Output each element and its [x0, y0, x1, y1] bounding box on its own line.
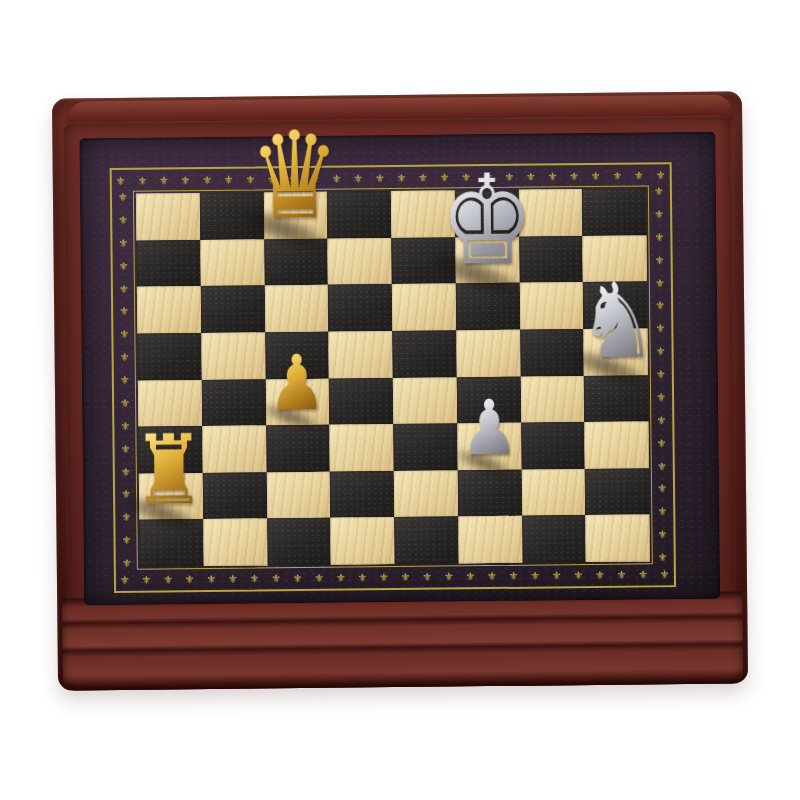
- fleur-motif-icon: ⚜: [332, 173, 342, 184]
- fleur-motif-icon: ⚜: [118, 192, 128, 203]
- fleur-motif-icon: ⚜: [569, 171, 579, 182]
- fleur-motif-icon: ⚜: [548, 171, 558, 182]
- fleur-motif-icon: ⚜: [120, 375, 130, 386]
- square-f1: [458, 516, 522, 563]
- square-h6: [583, 282, 647, 329]
- fleur-motif-icon: ⚜: [118, 215, 128, 226]
- fleur-motif-icon: ⚜: [465, 571, 475, 582]
- square-h1: [586, 515, 650, 562]
- square-g4: [520, 376, 584, 423]
- fleur-motif-icon: ⚜: [654, 209, 664, 220]
- fleur-motif-icon: ⚜: [120, 352, 130, 363]
- square-c3: [266, 425, 330, 472]
- fleur-motif-icon: ⚜: [116, 175, 126, 186]
- fleur-motif-icon: ⚜: [658, 552, 668, 563]
- square-c5: [265, 332, 329, 379]
- fleur-motif-icon: ⚜: [656, 392, 666, 403]
- fleur-motif-icon: ⚜: [657, 461, 667, 472]
- fleur-motif-icon: ⚜: [440, 172, 450, 183]
- square-g8: [518, 189, 582, 236]
- fleur-motif-icon: ⚜: [656, 415, 666, 426]
- fleur-motif-icon: ⚜: [121, 466, 131, 477]
- fleur-motif-icon: ⚜: [375, 173, 385, 184]
- product-photo: ⚜⚜⚜⚜⚜⚜⚜⚜⚜⚜⚜⚜⚜⚜⚜⚜⚜⚜⚜⚜⚜⚜⚜⚜⚜⚜ ⚜⚜⚜⚜⚜⚜⚜⚜⚜⚜⚜⚜⚜…: [0, 0, 800, 800]
- square-f2: [458, 469, 522, 516]
- fleur-motif-icon: ⚜: [336, 572, 346, 583]
- fleur-motif-icon: ⚜: [658, 529, 668, 540]
- fleur-motif-icon: ⚜: [657, 506, 667, 517]
- square-g1: [522, 515, 586, 562]
- fleur-motif-icon: ⚜: [121, 443, 131, 454]
- motif-band-left: ⚜⚜⚜⚜⚜⚜⚜⚜⚜⚜⚜⚜⚜⚜⚜⚜⚜: [115, 192, 135, 569]
- fleur-motif-icon: ⚜: [206, 573, 216, 584]
- square-a7: [136, 240, 200, 287]
- fleur-motif-icon: ⚜: [634, 170, 644, 181]
- frame-front-ridges: [62, 591, 743, 690]
- square-d8: [327, 191, 391, 238]
- square-g6: [519, 282, 583, 329]
- square-b7: [200, 239, 264, 286]
- square-b3: [202, 426, 266, 473]
- fleur-motif-icon: ⚜: [657, 438, 667, 449]
- fleur-motif-icon: ⚜: [656, 369, 666, 380]
- square-h4: [584, 375, 648, 422]
- square-b8: [200, 192, 264, 239]
- square-h2: [585, 468, 649, 515]
- fleur-motif-icon: ⚜: [228, 573, 238, 584]
- fleur-motif-icon: ⚜: [656, 170, 666, 181]
- square-c7: [264, 238, 328, 285]
- fleur-motif-icon: ⚜: [267, 174, 277, 185]
- fleur-motif-icon: ⚜: [271, 573, 281, 584]
- square-b1: [203, 519, 267, 566]
- fleur-motif-icon: ⚜: [120, 574, 130, 585]
- fleur-motif-icon: ⚜: [396, 172, 406, 183]
- square-h5: [584, 328, 648, 375]
- fleur-motif-icon: ⚜: [121, 512, 131, 523]
- fleur-motif-icon: ⚜: [504, 171, 514, 182]
- square-g3: [521, 422, 585, 469]
- fleur-motif-icon: ⚜: [509, 570, 519, 581]
- fleur-motif-icon: ⚜: [119, 283, 129, 294]
- fleur-motif-icon: ⚜: [120, 421, 130, 432]
- fleur-motif-icon: ⚜: [654, 232, 664, 243]
- fleur-motif-icon: ⚜: [288, 174, 298, 185]
- square-f5: [456, 330, 520, 377]
- square-e1: [394, 517, 458, 564]
- fleur-motif-icon: ⚜: [119, 260, 129, 271]
- fleur-motif-icon: ⚜: [141, 574, 151, 585]
- square-b5: [201, 332, 265, 379]
- fleur-motif-icon: ⚜: [310, 173, 320, 184]
- fleur-motif-icon: ⚜: [181, 175, 191, 186]
- fleur-motif-icon: ⚜: [122, 535, 132, 546]
- fleur-motif-icon: ⚜: [422, 571, 432, 582]
- square-e6: [392, 284, 456, 331]
- square-d6: [328, 284, 392, 331]
- fleur-motif-icon: ⚜: [530, 570, 540, 581]
- fleur-motif-icon: ⚜: [461, 172, 471, 183]
- square-f7: [455, 236, 519, 283]
- checkerboard-grid: [136, 188, 650, 566]
- square-a1: [139, 519, 203, 566]
- fleur-motif-icon: ⚜: [379, 572, 389, 583]
- fleur-motif-icon: ⚜: [591, 170, 601, 181]
- square-e3: [393, 424, 457, 471]
- square-f3: [457, 423, 521, 470]
- square-a5: [137, 333, 201, 380]
- square-e7: [391, 237, 455, 284]
- fleur-motif-icon: ⚜: [595, 569, 605, 580]
- decorative-gold-border: ⚜⚜⚜⚜⚜⚜⚜⚜⚜⚜⚜⚜⚜⚜⚜⚜⚜⚜⚜⚜⚜⚜⚜⚜⚜⚜ ⚜⚜⚜⚜⚜⚜⚜⚜⚜⚜⚜⚜⚜…: [110, 162, 676, 593]
- square-g2: [521, 469, 585, 516]
- square-a8: [136, 193, 200, 240]
- square-f8: [455, 190, 519, 237]
- square-d1: [331, 517, 395, 564]
- square-h7: [583, 235, 647, 282]
- fleur-motif-icon: ⚜: [444, 571, 454, 582]
- square-c4: [265, 378, 329, 425]
- fleur-motif-icon: ⚜: [163, 574, 173, 585]
- square-d3: [330, 424, 394, 471]
- fleur-motif-icon: ⚜: [137, 175, 147, 186]
- square-e2: [394, 470, 458, 517]
- square-b2: [203, 472, 267, 519]
- motif-band-bottom: ⚜⚜⚜⚜⚜⚜⚜⚜⚜⚜⚜⚜⚜⚜⚜⚜⚜⚜⚜⚜⚜⚜⚜⚜⚜⚜: [120, 566, 670, 588]
- fleur-motif-icon: ⚜: [657, 484, 667, 495]
- square-e4: [393, 377, 457, 424]
- fleur-motif-icon: ⚜: [122, 558, 132, 569]
- square-c6: [264, 285, 328, 332]
- fleur-motif-icon: ⚜: [552, 570, 562, 581]
- square-d2: [330, 471, 394, 518]
- square-e8: [391, 190, 455, 237]
- fleur-motif-icon: ⚜: [118, 238, 128, 249]
- square-c8: [263, 192, 327, 239]
- square-c1: [267, 518, 331, 565]
- fleur-motif-icon: ⚜: [654, 186, 664, 197]
- square-a3: [138, 426, 202, 473]
- fleur-motif-icon: ⚜: [314, 572, 324, 583]
- motif-band-right: ⚜⚜⚜⚜⚜⚜⚜⚜⚜⚜⚜⚜⚜⚜⚜⚜⚜: [651, 186, 671, 563]
- fleur-motif-icon: ⚜: [119, 306, 129, 317]
- square-a6: [137, 286, 201, 333]
- square-g5: [520, 329, 584, 376]
- fleur-motif-icon: ⚜: [202, 174, 212, 185]
- fleur-motif-icon: ⚜: [245, 174, 255, 185]
- fleur-motif-icon: ⚜: [487, 570, 497, 581]
- fleur-motif-icon: ⚜: [655, 255, 665, 266]
- fleur-motif-icon: ⚜: [293, 573, 303, 584]
- fleur-motif-icon: ⚜: [185, 574, 195, 585]
- square-b4: [202, 379, 266, 426]
- fleur-motif-icon: ⚜: [120, 398, 130, 409]
- fleur-motif-icon: ⚜: [656, 346, 666, 357]
- square-b6: [201, 286, 265, 333]
- chess-board-assembly: ⚜⚜⚜⚜⚜⚜⚜⚜⚜⚜⚜⚜⚜⚜⚜⚜⚜⚜⚜⚜⚜⚜⚜⚜⚜⚜ ⚜⚜⚜⚜⚜⚜⚜⚜⚜⚜⚜⚜⚜…: [52, 91, 748, 690]
- fleur-motif-icon: ⚜: [249, 573, 259, 584]
- fleur-motif-icon: ⚜: [401, 571, 411, 582]
- fleur-motif-icon: ⚜: [655, 323, 665, 334]
- fleur-motif-icon: ⚜: [159, 175, 169, 186]
- square-c2: [266, 471, 330, 518]
- fleur-motif-icon: ⚜: [655, 278, 665, 289]
- fleur-motif-icon: ⚜: [119, 329, 129, 340]
- square-h3: [585, 422, 649, 469]
- fleur-motif-icon: ⚜: [357, 572, 367, 583]
- square-f4: [457, 376, 521, 423]
- fleur-motif-icon: ⚜: [655, 301, 665, 312]
- fleur-motif-icon: ⚜: [121, 489, 131, 500]
- fleur-motif-icon: ⚜: [617, 569, 627, 580]
- fleur-motif-icon: ⚜: [573, 570, 583, 581]
- square-e5: [392, 330, 456, 377]
- square-d7: [328, 238, 392, 285]
- square-d4: [329, 378, 393, 425]
- square-g7: [519, 236, 583, 283]
- fleur-motif-icon: ⚜: [638, 569, 648, 580]
- fleur-motif-icon: ⚜: [483, 172, 493, 183]
- fleur-motif-icon: ⚜: [353, 173, 363, 184]
- square-h8: [582, 188, 646, 235]
- fleur-motif-icon: ⚜: [418, 172, 428, 183]
- square-f6: [456, 283, 520, 330]
- fleur-motif-icon: ⚜: [612, 170, 622, 181]
- fleur-motif-icon: ⚜: [660, 569, 670, 580]
- square-d5: [329, 331, 393, 378]
- fleur-motif-icon: ⚜: [526, 171, 536, 182]
- fleur-motif-icon: ⚜: [224, 174, 234, 185]
- square-a2: [139, 473, 203, 520]
- square-a4: [138, 380, 202, 427]
